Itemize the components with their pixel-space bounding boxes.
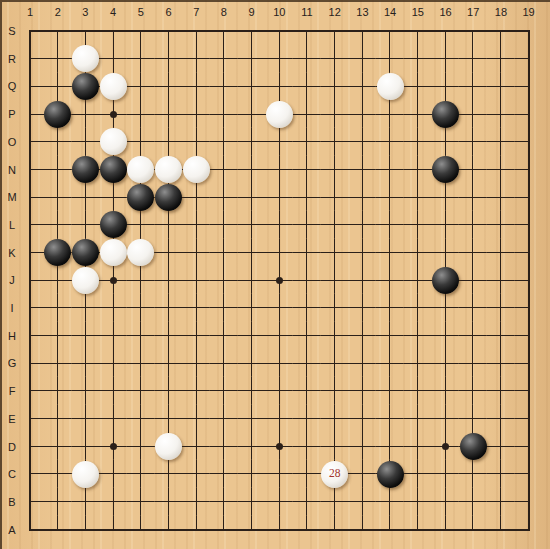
intersection-G1[interactable] xyxy=(16,349,44,377)
intersection-M17[interactable] xyxy=(459,183,487,211)
intersection-D5[interactable] xyxy=(127,432,155,460)
intersection-E8[interactable] xyxy=(210,405,238,433)
intersection-L6[interactable] xyxy=(155,211,183,239)
intersection-B11[interactable] xyxy=(293,488,321,516)
intersection-S17[interactable] xyxy=(459,17,487,45)
intersection-M11[interactable] xyxy=(293,183,321,211)
intersection-J5[interactable] xyxy=(127,266,155,294)
intersection-F1[interactable] xyxy=(16,377,44,405)
intersection-F17[interactable] xyxy=(459,377,487,405)
intersection-M3[interactable] xyxy=(72,183,100,211)
intersection-K8[interactable] xyxy=(210,239,238,267)
intersection-A3[interactable] xyxy=(72,516,100,544)
intersection-I16[interactable] xyxy=(431,294,459,322)
intersection-E9[interactable] xyxy=(238,405,266,433)
intersection-Q2[interactable] xyxy=(44,73,72,101)
intersection-D11[interactable] xyxy=(293,432,321,460)
intersection-L12[interactable] xyxy=(321,211,349,239)
intersection-P5[interactable] xyxy=(127,100,155,128)
intersection-I19[interactable] xyxy=(515,294,543,322)
intersection-J15[interactable] xyxy=(404,266,432,294)
intersection-P4[interactable] xyxy=(99,100,127,128)
intersection-A8[interactable] xyxy=(210,516,238,544)
intersection-N19[interactable] xyxy=(515,156,543,184)
intersection-N18[interactable] xyxy=(487,156,515,184)
intersection-J6[interactable] xyxy=(155,266,183,294)
intersection-O18[interactable] xyxy=(487,128,515,156)
intersection-K7[interactable] xyxy=(182,239,210,267)
intersection-L14[interactable] xyxy=(376,211,404,239)
intersection-E11[interactable] xyxy=(293,405,321,433)
intersection-Q5[interactable] xyxy=(127,73,155,101)
intersection-A7[interactable] xyxy=(182,516,210,544)
intersection-O19[interactable] xyxy=(515,128,543,156)
intersection-O5[interactable] xyxy=(127,128,155,156)
intersection-B17[interactable] xyxy=(459,488,487,516)
intersection-C10[interactable] xyxy=(265,460,293,488)
intersection-Q10[interactable] xyxy=(265,73,293,101)
intersection-B18[interactable] xyxy=(487,488,515,516)
intersection-Q9[interactable] xyxy=(238,73,266,101)
intersection-G10[interactable] xyxy=(265,349,293,377)
intersection-A19[interactable] xyxy=(515,516,543,544)
intersection-A15[interactable] xyxy=(404,516,432,544)
intersection-F12[interactable] xyxy=(321,377,349,405)
intersection-J1[interactable] xyxy=(16,266,44,294)
intersection-Q11[interactable] xyxy=(293,73,321,101)
intersection-G2[interactable] xyxy=(44,349,72,377)
intersection-S7[interactable] xyxy=(182,17,210,45)
intersection-A17[interactable] xyxy=(459,516,487,544)
intersection-H6[interactable] xyxy=(155,322,183,350)
intersection-Q18[interactable] xyxy=(487,73,515,101)
intersection-H3[interactable] xyxy=(72,322,100,350)
intersection-J4[interactable] xyxy=(99,266,127,294)
intersection-C16[interactable] xyxy=(431,460,459,488)
intersection-C8[interactable] xyxy=(210,460,238,488)
intersection-O1[interactable] xyxy=(16,128,44,156)
intersection-N1[interactable] xyxy=(16,156,44,184)
intersection-M1[interactable] xyxy=(16,183,44,211)
intersection-M19[interactable] xyxy=(515,183,543,211)
intersection-D4[interactable] xyxy=(99,432,127,460)
intersection-S2[interactable] xyxy=(44,17,72,45)
intersection-C18[interactable] xyxy=(487,460,515,488)
intersection-G8[interactable] xyxy=(210,349,238,377)
intersection-H4[interactable] xyxy=(99,322,127,350)
intersection-D15[interactable] xyxy=(404,432,432,460)
intersection-M7[interactable] xyxy=(182,183,210,211)
intersection-O8[interactable] xyxy=(210,128,238,156)
intersection-O17[interactable] xyxy=(459,128,487,156)
intersection-L7[interactable] xyxy=(182,211,210,239)
intersection-G17[interactable] xyxy=(459,349,487,377)
intersection-L2[interactable] xyxy=(44,211,72,239)
intersection-E2[interactable] xyxy=(44,405,72,433)
intersection-P14[interactable] xyxy=(376,100,404,128)
intersection-C2[interactable] xyxy=(44,460,72,488)
intersection-S8[interactable] xyxy=(210,17,238,45)
intersection-B14[interactable] xyxy=(376,488,404,516)
intersection-B13[interactable] xyxy=(348,488,376,516)
intersection-E1[interactable] xyxy=(16,405,44,433)
intersection-P1[interactable] xyxy=(16,100,44,128)
intersection-C9[interactable] xyxy=(238,460,266,488)
intersection-C5[interactable] xyxy=(127,460,155,488)
intersection-I6[interactable] xyxy=(155,294,183,322)
intersection-J18[interactable] xyxy=(487,266,515,294)
intersection-H18[interactable] xyxy=(487,322,515,350)
intersection-K6[interactable] xyxy=(155,239,183,267)
intersection-F7[interactable] xyxy=(182,377,210,405)
intersection-I1[interactable] xyxy=(16,294,44,322)
intersection-J19[interactable] xyxy=(515,266,543,294)
intersection-R16[interactable] xyxy=(431,45,459,73)
intersection-F6[interactable] xyxy=(155,377,183,405)
intersection-M14[interactable] xyxy=(376,183,404,211)
intersection-I14[interactable] xyxy=(376,294,404,322)
intersection-L16[interactable] xyxy=(431,211,459,239)
intersection-A9[interactable] xyxy=(238,516,266,544)
intersection-J14[interactable] xyxy=(376,266,404,294)
intersection-R7[interactable] xyxy=(182,45,210,73)
intersection-R15[interactable] xyxy=(404,45,432,73)
intersection-D18[interactable] xyxy=(487,432,515,460)
intersection-F8[interactable] xyxy=(210,377,238,405)
intersection-F4[interactable] xyxy=(99,377,127,405)
intersection-R2[interactable] xyxy=(44,45,72,73)
intersection-E15[interactable] xyxy=(404,405,432,433)
intersection-S9[interactable] xyxy=(238,17,266,45)
intersection-A6[interactable] xyxy=(155,516,183,544)
intersection-G5[interactable] xyxy=(127,349,155,377)
intersection-E16[interactable] xyxy=(431,405,459,433)
intersection-R9[interactable] xyxy=(238,45,266,73)
intersection-B16[interactable] xyxy=(431,488,459,516)
intersection-G13[interactable] xyxy=(348,349,376,377)
intersection-B3[interactable] xyxy=(72,488,100,516)
intersection-D16[interactable] xyxy=(431,432,459,460)
intersection-D14[interactable] xyxy=(376,432,404,460)
intersection-H10[interactable] xyxy=(265,322,293,350)
intersection-K1[interactable] xyxy=(16,239,44,267)
intersection-K18[interactable] xyxy=(487,239,515,267)
intersection-Q17[interactable] xyxy=(459,73,487,101)
intersection-R1[interactable] xyxy=(16,45,44,73)
intersection-L10[interactable] xyxy=(265,211,293,239)
intersection-R5[interactable] xyxy=(127,45,155,73)
intersection-F15[interactable] xyxy=(404,377,432,405)
intersection-K14[interactable] xyxy=(376,239,404,267)
intersection-A5[interactable] xyxy=(127,516,155,544)
intersection-B1[interactable] xyxy=(16,488,44,516)
intersection-H13[interactable] xyxy=(348,322,376,350)
intersection-L3[interactable] xyxy=(72,211,100,239)
intersection-G11[interactable] xyxy=(293,349,321,377)
intersection-B2[interactable] xyxy=(44,488,72,516)
intersection-P6[interactable] xyxy=(155,100,183,128)
intersection-K19[interactable] xyxy=(515,239,543,267)
intersection-Q12[interactable] xyxy=(321,73,349,101)
intersection-B7[interactable] xyxy=(182,488,210,516)
intersection-L13[interactable] xyxy=(348,211,376,239)
intersection-P3[interactable] xyxy=(72,100,100,128)
intersection-G16[interactable] xyxy=(431,349,459,377)
intersection-Q1[interactable] xyxy=(16,73,44,101)
intersection-S12[interactable] xyxy=(321,17,349,45)
intersection-M10[interactable] xyxy=(265,183,293,211)
intersection-A10[interactable] xyxy=(265,516,293,544)
intersection-R6[interactable] xyxy=(155,45,183,73)
intersection-P12[interactable] xyxy=(321,100,349,128)
intersection-F13[interactable] xyxy=(348,377,376,405)
intersection-S18[interactable] xyxy=(487,17,515,45)
intersection-R12[interactable] xyxy=(321,45,349,73)
intersection-C6[interactable] xyxy=(155,460,183,488)
intersection-R14[interactable] xyxy=(376,45,404,73)
intersection-K15[interactable] xyxy=(404,239,432,267)
intersection-N11[interactable] xyxy=(293,156,321,184)
intersection-H8[interactable] xyxy=(210,322,238,350)
intersection-C7[interactable] xyxy=(182,460,210,488)
intersection-C19[interactable] xyxy=(515,460,543,488)
intersection-H15[interactable] xyxy=(404,322,432,350)
intersection-E10[interactable] xyxy=(265,405,293,433)
intersection-G12[interactable] xyxy=(321,349,349,377)
intersection-I2[interactable] xyxy=(44,294,72,322)
intersection-H11[interactable] xyxy=(293,322,321,350)
intersection-F9[interactable] xyxy=(238,377,266,405)
intersection-H7[interactable] xyxy=(182,322,210,350)
intersection-P11[interactable] xyxy=(293,100,321,128)
intersection-G14[interactable] xyxy=(376,349,404,377)
intersection-A16[interactable] xyxy=(431,516,459,544)
intersection-A18[interactable] xyxy=(487,516,515,544)
intersection-F3[interactable] xyxy=(72,377,100,405)
intersection-K11[interactable] xyxy=(293,239,321,267)
intersection-I15[interactable] xyxy=(404,294,432,322)
intersection-E7[interactable] xyxy=(182,405,210,433)
intersection-P17[interactable] xyxy=(459,100,487,128)
intersection-L1[interactable] xyxy=(16,211,44,239)
intersection-P9[interactable] xyxy=(238,100,266,128)
intersection-G9[interactable] xyxy=(238,349,266,377)
intersection-A1[interactable] xyxy=(16,516,44,544)
intersection-J8[interactable] xyxy=(210,266,238,294)
intersection-S14[interactable] xyxy=(376,17,404,45)
intersection-J10[interactable] xyxy=(265,266,293,294)
intersection-B5[interactable] xyxy=(127,488,155,516)
intersection-J12[interactable] xyxy=(321,266,349,294)
intersection-D2[interactable] xyxy=(44,432,72,460)
intersection-R4[interactable] xyxy=(99,45,127,73)
intersection-M18[interactable] xyxy=(487,183,515,211)
intersection-O10[interactable] xyxy=(265,128,293,156)
intersection-N15[interactable] xyxy=(404,156,432,184)
intersection-N8[interactable] xyxy=(210,156,238,184)
intersection-L15[interactable] xyxy=(404,211,432,239)
intersection-H1[interactable] xyxy=(16,322,44,350)
intersection-Q13[interactable] xyxy=(348,73,376,101)
intersection-N10[interactable] xyxy=(265,156,293,184)
intersection-E17[interactable] xyxy=(459,405,487,433)
intersection-S5[interactable] xyxy=(127,17,155,45)
intersection-S15[interactable] xyxy=(404,17,432,45)
intersection-E19[interactable] xyxy=(515,405,543,433)
intersection-A14[interactable] xyxy=(376,516,404,544)
intersection-G18[interactable] xyxy=(487,349,515,377)
intersection-M16[interactable] xyxy=(431,183,459,211)
intersection-O2[interactable] xyxy=(44,128,72,156)
intersection-P15[interactable] xyxy=(404,100,432,128)
intersection-F19[interactable] xyxy=(515,377,543,405)
intersection-S19[interactable] xyxy=(515,17,543,45)
intersection-N13[interactable] xyxy=(348,156,376,184)
intersection-B6[interactable] xyxy=(155,488,183,516)
intersection-B19[interactable] xyxy=(515,488,543,516)
intersection-K13[interactable] xyxy=(348,239,376,267)
intersection-L19[interactable] xyxy=(515,211,543,239)
intersection-R18[interactable] xyxy=(487,45,515,73)
intersection-J7[interactable] xyxy=(182,266,210,294)
intersection-Q15[interactable] xyxy=(404,73,432,101)
intersection-H16[interactable] xyxy=(431,322,459,350)
intersection-L9[interactable] xyxy=(238,211,266,239)
intersection-L8[interactable] xyxy=(210,211,238,239)
intersection-D7[interactable] xyxy=(182,432,210,460)
intersection-D13[interactable] xyxy=(348,432,376,460)
intersection-P7[interactable] xyxy=(182,100,210,128)
intersection-D8[interactable] xyxy=(210,432,238,460)
intersection-R13[interactable] xyxy=(348,45,376,73)
intersection-A12[interactable] xyxy=(321,516,349,544)
intersection-O3[interactable] xyxy=(72,128,100,156)
intersection-E14[interactable] xyxy=(376,405,404,433)
intersection-L18[interactable] xyxy=(487,211,515,239)
intersection-P19[interactable] xyxy=(515,100,543,128)
intersection-E5[interactable] xyxy=(127,405,155,433)
intersection-S13[interactable] xyxy=(348,17,376,45)
intersection-I3[interactable] xyxy=(72,294,100,322)
intersection-O16[interactable] xyxy=(431,128,459,156)
intersection-F18[interactable] xyxy=(487,377,515,405)
intersection-E6[interactable] xyxy=(155,405,183,433)
intersection-J11[interactable] xyxy=(293,266,321,294)
intersection-I11[interactable] xyxy=(293,294,321,322)
intersection-N9[interactable] xyxy=(238,156,266,184)
intersection-R11[interactable] xyxy=(293,45,321,73)
intersection-S10[interactable] xyxy=(265,17,293,45)
intersection-C1[interactable] xyxy=(16,460,44,488)
intersection-H12[interactable] xyxy=(321,322,349,350)
intersection-H19[interactable] xyxy=(515,322,543,350)
intersection-O11[interactable] xyxy=(293,128,321,156)
intersection-I10[interactable] xyxy=(265,294,293,322)
intersection-M4[interactable] xyxy=(99,183,127,211)
intersection-K17[interactable] xyxy=(459,239,487,267)
intersection-C11[interactable] xyxy=(293,460,321,488)
intersection-M9[interactable] xyxy=(238,183,266,211)
intersection-D1[interactable] xyxy=(16,432,44,460)
intersection-H14[interactable] xyxy=(376,322,404,350)
intersection-G4[interactable] xyxy=(99,349,127,377)
intersection-M2[interactable] xyxy=(44,183,72,211)
intersection-O12[interactable] xyxy=(321,128,349,156)
intersection-H5[interactable] xyxy=(127,322,155,350)
intersection-K9[interactable] xyxy=(238,239,266,267)
intersection-J13[interactable] xyxy=(348,266,376,294)
intersection-D10[interactable] xyxy=(265,432,293,460)
intersection-E18[interactable] xyxy=(487,405,515,433)
intersection-G19[interactable] xyxy=(515,349,543,377)
intersection-S11[interactable] xyxy=(293,17,321,45)
intersection-Q16[interactable] xyxy=(431,73,459,101)
intersection-J2[interactable] xyxy=(44,266,72,294)
intersection-K16[interactable] xyxy=(431,239,459,267)
intersection-M8[interactable] xyxy=(210,183,238,211)
intersection-O9[interactable] xyxy=(238,128,266,156)
intersection-C17[interactable] xyxy=(459,460,487,488)
intersection-F16[interactable] xyxy=(431,377,459,405)
intersection-I13[interactable] xyxy=(348,294,376,322)
intersection-P18[interactable] xyxy=(487,100,515,128)
intersection-I7[interactable] xyxy=(182,294,210,322)
intersection-D9[interactable] xyxy=(238,432,266,460)
intersection-D19[interactable] xyxy=(515,432,543,460)
intersection-N2[interactable] xyxy=(44,156,72,184)
intersection-Q8[interactable] xyxy=(210,73,238,101)
intersection-O13[interactable] xyxy=(348,128,376,156)
intersection-A2[interactable] xyxy=(44,516,72,544)
intersection-E3[interactable] xyxy=(72,405,100,433)
intersection-G6[interactable] xyxy=(155,349,183,377)
intersection-R19[interactable] xyxy=(515,45,543,73)
intersection-L5[interactable] xyxy=(127,211,155,239)
intersection-F14[interactable] xyxy=(376,377,404,405)
intersection-E4[interactable] xyxy=(99,405,127,433)
intersection-M15[interactable] xyxy=(404,183,432,211)
intersection-M12[interactable] xyxy=(321,183,349,211)
intersection-G3[interactable] xyxy=(72,349,100,377)
intersection-I17[interactable] xyxy=(459,294,487,322)
intersection-H2[interactable] xyxy=(44,322,72,350)
intersection-O14[interactable] xyxy=(376,128,404,156)
intersection-I12[interactable] xyxy=(321,294,349,322)
intersection-I9[interactable] xyxy=(238,294,266,322)
intersection-K10[interactable] xyxy=(265,239,293,267)
intersection-B9[interactable] xyxy=(238,488,266,516)
intersection-C15[interactable] xyxy=(404,460,432,488)
intersection-R10[interactable] xyxy=(265,45,293,73)
intersection-S16[interactable] xyxy=(431,17,459,45)
intersection-F11[interactable] xyxy=(293,377,321,405)
intersection-K12[interactable] xyxy=(321,239,349,267)
intersection-J9[interactable] xyxy=(238,266,266,294)
intersection-A13[interactable] xyxy=(348,516,376,544)
intersection-I5[interactable] xyxy=(127,294,155,322)
intersection-S4[interactable] xyxy=(99,17,127,45)
intersection-G7[interactable] xyxy=(182,349,210,377)
intersection-B12[interactable] xyxy=(321,488,349,516)
intersection-I8[interactable] xyxy=(210,294,238,322)
intersection-Q7[interactable] xyxy=(182,73,210,101)
intersection-D3[interactable] xyxy=(72,432,100,460)
intersection-O15[interactable] xyxy=(404,128,432,156)
intersection-L11[interactable] xyxy=(293,211,321,239)
intersection-L17[interactable] xyxy=(459,211,487,239)
intersection-A11[interactable] xyxy=(293,516,321,544)
intersection-O6[interactable] xyxy=(155,128,183,156)
